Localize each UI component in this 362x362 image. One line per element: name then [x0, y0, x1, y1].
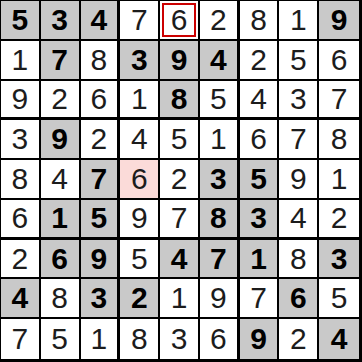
cell-r6c9[interactable]: 2 — [319, 200, 359, 240]
cell-r4c4[interactable]: 4 — [120, 120, 160, 160]
cell-r9c3[interactable]: 1 — [81, 319, 121, 359]
cell-r8c5[interactable]: 1 — [160, 279, 200, 319]
cell-r7c1[interactable]: 2 — [1, 240, 41, 280]
cell-r7c9[interactable]: 3 — [319, 240, 359, 280]
cell-r4c1[interactable]: 3 — [1, 120, 41, 160]
cell-r3c8[interactable]: 3 — [279, 81, 319, 121]
cell-r9c6[interactable]: 6 — [200, 319, 240, 359]
cell-r5c9[interactable]: 1 — [319, 160, 359, 200]
cell-r3c7[interactable]: 4 — [240, 81, 280, 121]
cell-r1c5[interactable]: 6 — [160, 1, 200, 41]
cell-r1c1[interactable]: 5 — [1, 1, 41, 41]
cell-r6c6[interactable]: 8 — [200, 200, 240, 240]
cell-r3c3[interactable]: 6 — [81, 81, 121, 121]
cell-r3c4[interactable]: 1 — [120, 81, 160, 121]
cell-r8c3[interactable]: 3 — [81, 279, 121, 319]
cell-r1c3[interactable]: 4 — [81, 1, 121, 41]
cell-r5c2[interactable]: 4 — [41, 160, 81, 200]
cell-r8c1[interactable]: 4 — [1, 279, 41, 319]
cell-r9c5[interactable]: 3 — [160, 319, 200, 359]
sudoku-board: 5347628191783942569261854373924516788476… — [0, 0, 362, 362]
cell-r3c5[interactable]: 8 — [160, 81, 200, 121]
cell-r7c7[interactable]: 1 — [240, 240, 280, 280]
cell-r5c1[interactable]: 8 — [1, 160, 41, 200]
cell-r8c8[interactable]: 6 — [279, 279, 319, 319]
cell-r6c1[interactable]: 6 — [1, 200, 41, 240]
cell-r2c1[interactable]: 1 — [1, 41, 41, 81]
cell-r4c2[interactable]: 9 — [41, 120, 81, 160]
cell-r6c3[interactable]: 5 — [81, 200, 121, 240]
cell-r4c5[interactable]: 5 — [160, 120, 200, 160]
cell-r2c9[interactable]: 6 — [319, 41, 359, 81]
cell-r1c9[interactable]: 9 — [319, 1, 359, 41]
cell-r3c1[interactable]: 9 — [1, 81, 41, 121]
cell-r5c6[interactable]: 3 — [200, 160, 240, 200]
cell-r7c2[interactable]: 6 — [41, 240, 81, 280]
cell-r5c8[interactable]: 9 — [279, 160, 319, 200]
cell-r2c3[interactable]: 8 — [81, 41, 121, 81]
cell-r9c8[interactable]: 2 — [279, 319, 319, 359]
cell-r4c6[interactable]: 1 — [200, 120, 240, 160]
cell-r6c4[interactable]: 9 — [120, 200, 160, 240]
cell-r9c4[interactable]: 8 — [120, 319, 160, 359]
cell-r8c2[interactable]: 8 — [41, 279, 81, 319]
cell-r6c2[interactable]: 1 — [41, 200, 81, 240]
cell-r8c6[interactable]: 9 — [200, 279, 240, 319]
cell-r3c9[interactable]: 7 — [319, 81, 359, 121]
cell-r7c5[interactable]: 4 — [160, 240, 200, 280]
cell-r1c6[interactable]: 2 — [200, 1, 240, 41]
cell-r5c4[interactable]: 6 — [120, 160, 160, 200]
cell-r8c7[interactable]: 7 — [240, 279, 280, 319]
cell-r2c8[interactable]: 5 — [279, 41, 319, 81]
cell-r4c3[interactable]: 2 — [81, 120, 121, 160]
cell-r4c7[interactable]: 6 — [240, 120, 280, 160]
cell-r7c6[interactable]: 7 — [200, 240, 240, 280]
cell-r6c5[interactable]: 7 — [160, 200, 200, 240]
cell-r7c8[interactable]: 8 — [279, 240, 319, 280]
cell-r3c6[interactable]: 5 — [200, 81, 240, 121]
cell-r2c5[interactable]: 9 — [160, 41, 200, 81]
cell-r6c7[interactable]: 3 — [240, 200, 280, 240]
cell-r3c2[interactable]: 2 — [41, 81, 81, 121]
cell-r7c3[interactable]: 9 — [81, 240, 121, 280]
cell-r2c2[interactable]: 7 — [41, 41, 81, 81]
cell-r4c8[interactable]: 7 — [279, 120, 319, 160]
cell-r6c8[interactable]: 4 — [279, 200, 319, 240]
cell-r9c9[interactable]: 4 — [319, 319, 359, 359]
cell-r5c5[interactable]: 2 — [160, 160, 200, 200]
cell-r9c1[interactable]: 7 — [1, 319, 41, 359]
cell-r1c2[interactable]: 3 — [41, 1, 81, 41]
cell-r5c7[interactable]: 5 — [240, 160, 280, 200]
cell-r9c7[interactable]: 9 — [240, 319, 280, 359]
cell-r8c9[interactable]: 5 — [319, 279, 359, 319]
cell-r1c8[interactable]: 1 — [279, 1, 319, 41]
cell-r8c4[interactable]: 2 — [120, 279, 160, 319]
cell-r1c4[interactable]: 7 — [120, 1, 160, 41]
cell-r5c3[interactable]: 7 — [81, 160, 121, 200]
cell-r2c6[interactable]: 4 — [200, 41, 240, 81]
cell-r7c4[interactable]: 5 — [120, 240, 160, 280]
cell-r9c2[interactable]: 5 — [41, 319, 81, 359]
cell-r1c7[interactable]: 8 — [240, 1, 280, 41]
cell-r4c9[interactable]: 8 — [319, 120, 359, 160]
cell-r2c4[interactable]: 3 — [120, 41, 160, 81]
cell-r2c7[interactable]: 2 — [240, 41, 280, 81]
